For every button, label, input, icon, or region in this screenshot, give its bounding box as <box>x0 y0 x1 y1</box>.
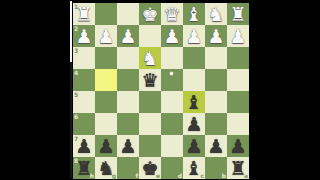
square-h4[interactable]: 4 <box>73 69 95 91</box>
piece-black-knight[interactable]: ♞ <box>95 157 117 179</box>
square-a5[interactable] <box>227 91 249 113</box>
square-g3[interactable] <box>95 47 117 69</box>
square-c5[interactable]: ♝ <box>183 91 205 113</box>
square-a3[interactable] <box>227 47 249 69</box>
square-g6[interactable] <box>95 113 117 135</box>
square-c4[interactable] <box>183 69 205 91</box>
square-d3[interactable] <box>161 47 183 69</box>
square-e5[interactable] <box>139 91 161 113</box>
piece-white-pawn[interactable]: ♟ <box>227 25 249 47</box>
piece-white-pawn[interactable]: ♟ <box>95 25 117 47</box>
square-e7[interactable] <box>139 135 161 157</box>
piece-white-pawn[interactable]: ♟ <box>205 25 227 47</box>
piece-black-rook[interactable]: ♜ <box>227 157 249 179</box>
piece-white-knight[interactable]: ♞ <box>205 3 227 25</box>
square-e8[interactable]: e♚ <box>139 157 161 179</box>
square-g5[interactable] <box>95 91 117 113</box>
file-label-b: b <box>222 172 226 179</box>
square-g2[interactable]: ♟ <box>95 25 117 47</box>
square-d5[interactable] <box>161 91 183 113</box>
scrollbar-track[interactable] <box>70 1 72 178</box>
piece-black-pawn[interactable]: ♟ <box>183 113 205 135</box>
square-f2[interactable]: ♟ <box>117 25 139 47</box>
cursor-dot <box>170 72 173 75</box>
piece-black-queen[interactable]: ♛ <box>139 69 161 91</box>
square-a1[interactable]: ♜ <box>227 3 249 25</box>
square-d1[interactable]: ♛ <box>161 3 183 25</box>
piece-black-bishop[interactable]: ♝ <box>183 91 205 113</box>
square-h3[interactable]: 3 <box>73 47 95 69</box>
square-g8[interactable]: g♞ <box>95 157 117 179</box>
piece-white-pawn[interactable]: ♟ <box>73 25 95 47</box>
square-b6[interactable] <box>205 113 227 135</box>
piece-black-pawn[interactable]: ♟ <box>227 135 249 157</box>
piece-white-bishop[interactable]: ♝ <box>183 3 205 25</box>
square-f1[interactable] <box>117 3 139 25</box>
square-d4[interactable] <box>161 69 183 91</box>
square-g4[interactable] <box>95 69 117 91</box>
square-b2[interactable]: ♟ <box>205 25 227 47</box>
square-a4[interactable] <box>227 69 249 91</box>
chess-board[interactable]: 1♜♚♛♝♞♜2♟♟♟♟♟♟♟3♞4♛5♝6♟7♟♟♟♟♟♟8h♜g♞fe♚dc… <box>73 3 249 179</box>
rank-label-5: 5 <box>74 91 78 98</box>
square-d2[interactable]: ♟ <box>161 25 183 47</box>
square-b5[interactable] <box>205 91 227 113</box>
square-b8[interactable]: b <box>205 157 227 179</box>
rank-label-3: 3 <box>74 47 78 54</box>
square-e3[interactable]: ♞ <box>139 47 161 69</box>
square-h2[interactable]: 2♟ <box>73 25 95 47</box>
piece-white-knight[interactable]: ♞ <box>139 47 161 69</box>
square-d7[interactable] <box>161 135 183 157</box>
video-frame-background: 1♜♚♛♝♞♜2♟♟♟♟♟♟♟3♞4♛5♝6♟7♟♟♟♟♟♟8h♜g♞fe♚dc… <box>0 0 320 180</box>
square-b3[interactable] <box>205 47 227 69</box>
square-c2[interactable]: ♟ <box>183 25 205 47</box>
piece-white-pawn[interactable]: ♟ <box>183 25 205 47</box>
square-a8[interactable]: a♜ <box>227 157 249 179</box>
square-a6[interactable] <box>227 113 249 135</box>
square-a2[interactable]: ♟ <box>227 25 249 47</box>
piece-black-pawn[interactable]: ♟ <box>205 135 227 157</box>
piece-black-pawn[interactable]: ♟ <box>183 135 205 157</box>
square-c1[interactable]: ♝ <box>183 3 205 25</box>
square-f4[interactable] <box>117 69 139 91</box>
piece-white-rook[interactable]: ♜ <box>227 3 249 25</box>
square-e1[interactable]: ♚ <box>139 3 161 25</box>
square-e6[interactable] <box>139 113 161 135</box>
square-d8[interactable]: d <box>161 157 183 179</box>
square-g7[interactable]: ♟ <box>95 135 117 157</box>
file-label-f: f <box>135 172 138 179</box>
piece-black-bishop[interactable]: ♝ <box>183 157 205 179</box>
square-h6[interactable]: 6 <box>73 113 95 135</box>
piece-white-queen[interactable]: ♛ <box>161 3 183 25</box>
square-a7[interactable]: ♟ <box>227 135 249 157</box>
square-f5[interactable] <box>117 91 139 113</box>
piece-white-pawn[interactable]: ♟ <box>117 25 139 47</box>
square-c7[interactable]: ♟ <box>183 135 205 157</box>
square-e4[interactable]: ♛ <box>139 69 161 91</box>
piece-black-pawn[interactable]: ♟ <box>95 135 117 157</box>
square-g1[interactable] <box>95 3 117 25</box>
square-b4[interactable] <box>205 69 227 91</box>
square-f7[interactable]: ♟ <box>117 135 139 157</box>
square-b7[interactable]: ♟ <box>205 135 227 157</box>
square-c6[interactable]: ♟ <box>183 113 205 135</box>
scrollbar-thumb[interactable] <box>70 1 72 62</box>
piece-white-pawn[interactable]: ♟ <box>161 25 183 47</box>
square-d6[interactable] <box>161 113 183 135</box>
square-c3[interactable] <box>183 47 205 69</box>
square-h8[interactable]: 8h♜ <box>73 157 95 179</box>
square-f3[interactable] <box>117 47 139 69</box>
piece-black-pawn[interactable]: ♟ <box>117 135 139 157</box>
square-c8[interactable]: c♝ <box>183 157 205 179</box>
square-e2[interactable] <box>139 25 161 47</box>
piece-white-rook[interactable]: ♜ <box>73 3 95 25</box>
square-h7[interactable]: 7♟ <box>73 135 95 157</box>
piece-black-king[interactable]: ♚ <box>139 157 161 179</box>
piece-white-king[interactable]: ♚ <box>139 3 161 25</box>
square-h1[interactable]: 1♜ <box>73 3 95 25</box>
file-label-d: d <box>178 172 182 179</box>
piece-black-pawn[interactable]: ♟ <box>73 135 95 157</box>
rank-label-4: 4 <box>74 69 78 76</box>
square-b1[interactable]: ♞ <box>205 3 227 25</box>
square-h5[interactable]: 5 <box>73 91 95 113</box>
square-f6[interactable] <box>117 113 139 135</box>
piece-black-rook[interactable]: ♜ <box>73 157 95 179</box>
rank-label-6: 6 <box>74 113 78 120</box>
square-f8[interactable]: f <box>117 157 139 179</box>
